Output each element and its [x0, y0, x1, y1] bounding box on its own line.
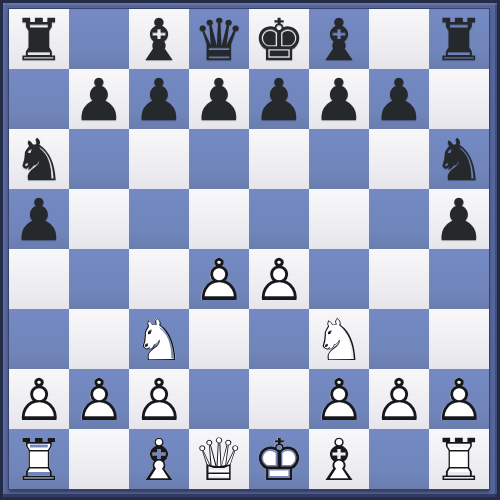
square-a8[interactable]: ♜ — [9, 9, 69, 69]
piece-black-rook[interactable]: ♜ — [429, 9, 489, 69]
square-d1[interactable]: ♛♕ — [189, 429, 249, 489]
square-c6[interactable] — [129, 129, 189, 189]
piece-glyph-fill: ♝ — [129, 9, 189, 69]
piece-glyph-fill: ♟ — [129, 69, 189, 129]
piece-white-pawn[interactable]: ♟♙ — [129, 369, 189, 429]
square-a1[interactable]: ♜♖ — [9, 429, 69, 489]
square-g3[interactable] — [369, 309, 429, 369]
piece-glyph-outline: ♙ — [309, 369, 369, 429]
square-c2[interactable]: ♟♙ — [129, 369, 189, 429]
piece-white-pawn[interactable]: ♟♙ — [309, 369, 369, 429]
square-b5[interactable] — [69, 189, 129, 249]
piece-glyph-outline: ♙ — [429, 369, 489, 429]
piece-white-bishop[interactable]: ♝♗ — [129, 429, 189, 489]
square-c4[interactable] — [129, 249, 189, 309]
piece-black-knight[interactable]: ♞ — [9, 129, 69, 189]
square-e3[interactable] — [249, 309, 309, 369]
square-e4[interactable]: ♟♙ — [249, 249, 309, 309]
piece-black-pawn[interactable]: ♟ — [429, 189, 489, 249]
square-g5[interactable] — [369, 189, 429, 249]
square-b4[interactable] — [69, 249, 129, 309]
piece-white-rook[interactable]: ♜♖ — [9, 429, 69, 489]
piece-glyph-fill: ♟ — [9, 189, 69, 249]
square-a6[interactable]: ♞ — [9, 129, 69, 189]
square-a7[interactable] — [9, 69, 69, 129]
square-d3[interactable] — [189, 309, 249, 369]
piece-glyph-fill: ♝ — [309, 9, 369, 69]
square-g8[interactable] — [369, 9, 429, 69]
square-e8[interactable]: ♚ — [249, 9, 309, 69]
square-h8[interactable]: ♜ — [429, 9, 489, 69]
square-d8[interactable]: ♛ — [189, 9, 249, 69]
square-f7[interactable]: ♟ — [309, 69, 369, 129]
square-g1[interactable] — [369, 429, 429, 489]
piece-glyph-outline: ♕ — [189, 429, 249, 489]
piece-glyph-outline: ♙ — [249, 249, 309, 309]
piece-black-pawn[interactable]: ♟ — [369, 69, 429, 129]
square-d2[interactable] — [189, 369, 249, 429]
square-a2[interactable]: ♟♙ — [9, 369, 69, 429]
piece-glyph-outline: ♘ — [309, 309, 369, 369]
piece-black-pawn[interactable]: ♟ — [309, 69, 369, 129]
piece-glyph-outline: ♗ — [309, 429, 369, 489]
piece-white-knight[interactable]: ♞♘ — [309, 309, 369, 369]
piece-white-bishop[interactable]: ♝♗ — [309, 429, 369, 489]
piece-glyph-fill: ♟ — [369, 69, 429, 129]
piece-glyph-fill: ♟ — [69, 69, 129, 129]
square-b8[interactable] — [69, 9, 129, 69]
piece-glyph-outline: ♙ — [369, 369, 429, 429]
square-g2[interactable]: ♟♙ — [369, 369, 429, 429]
square-b7[interactable]: ♟ — [69, 69, 129, 129]
piece-white-pawn[interactable]: ♟♙ — [429, 369, 489, 429]
square-f8[interactable]: ♝ — [309, 9, 369, 69]
square-d6[interactable] — [189, 129, 249, 189]
square-b3[interactable] — [69, 309, 129, 369]
square-b6[interactable] — [69, 129, 129, 189]
square-g7[interactable]: ♟ — [369, 69, 429, 129]
piece-white-queen[interactable]: ♛♕ — [189, 429, 249, 489]
square-b2[interactable]: ♟♙ — [69, 369, 129, 429]
piece-black-bishop[interactable]: ♝ — [129, 9, 189, 69]
piece-black-queen[interactable]: ♛ — [189, 9, 249, 69]
piece-glyph-outline: ♙ — [189, 249, 249, 309]
square-c5[interactable] — [129, 189, 189, 249]
piece-glyph-outline: ♖ — [9, 429, 69, 489]
square-h7[interactable] — [429, 69, 489, 129]
piece-black-pawn[interactable]: ♟ — [9, 189, 69, 249]
square-e1[interactable]: ♚♔ — [249, 429, 309, 489]
square-c8[interactable]: ♝ — [129, 9, 189, 69]
piece-glyph-fill: ♜ — [429, 9, 489, 69]
square-f4[interactable] — [309, 249, 369, 309]
square-d4[interactable]: ♟♙ — [189, 249, 249, 309]
piece-white-king[interactable]: ♚♔ — [249, 429, 309, 489]
square-c3[interactable]: ♞♘ — [129, 309, 189, 369]
piece-white-pawn[interactable]: ♟♙ — [69, 369, 129, 429]
piece-glyph-outline: ♔ — [249, 429, 309, 489]
piece-black-pawn[interactable]: ♟ — [249, 69, 309, 129]
piece-glyph-outline: ♙ — [129, 369, 189, 429]
square-e2[interactable] — [249, 369, 309, 429]
square-a4[interactable] — [9, 249, 69, 309]
square-g4[interactable] — [369, 249, 429, 309]
square-a3[interactable] — [9, 309, 69, 369]
square-f1[interactable]: ♝♗ — [309, 429, 369, 489]
square-g6[interactable] — [369, 129, 429, 189]
square-f5[interactable] — [309, 189, 369, 249]
piece-black-pawn[interactable]: ♟ — [129, 69, 189, 129]
piece-black-pawn[interactable]: ♟ — [69, 69, 129, 129]
piece-white-knight[interactable]: ♞♘ — [129, 309, 189, 369]
piece-glyph-fill: ♟ — [249, 69, 309, 129]
square-c1[interactable]: ♝♗ — [129, 429, 189, 489]
square-d5[interactable] — [189, 189, 249, 249]
square-h5[interactable]: ♟ — [429, 189, 489, 249]
piece-black-bishop[interactable]: ♝ — [309, 9, 369, 69]
square-h4[interactable] — [429, 249, 489, 309]
piece-white-pawn[interactable]: ♟♙ — [9, 369, 69, 429]
piece-white-pawn[interactable]: ♟♙ — [369, 369, 429, 429]
piece-glyph-fill: ♟ — [189, 69, 249, 129]
piece-glyph-outline: ♙ — [9, 369, 69, 429]
square-b1[interactable] — [69, 429, 129, 489]
piece-glyph-fill: ♟ — [429, 189, 489, 249]
square-c7[interactable]: ♟ — [129, 69, 189, 129]
piece-black-knight[interactable]: ♞ — [429, 129, 489, 189]
square-h3[interactable] — [429, 309, 489, 369]
piece-glyph-fill: ♜ — [9, 9, 69, 69]
piece-glyph-fill: ♚ — [249, 9, 309, 69]
piece-glyph-outline: ♖ — [429, 429, 489, 489]
piece-glyph-outline: ♗ — [129, 429, 189, 489]
square-a5[interactable]: ♟ — [9, 189, 69, 249]
piece-black-pawn[interactable]: ♟ — [189, 69, 249, 129]
piece-white-rook[interactable]: ♜♖ — [429, 429, 489, 489]
piece-glyph-outline: ♙ — [69, 369, 129, 429]
square-e7[interactable]: ♟ — [249, 69, 309, 129]
square-d7[interactable]: ♟ — [189, 69, 249, 129]
piece-black-rook[interactable]: ♜ — [9, 9, 69, 69]
piece-glyph-fill: ♞ — [429, 129, 489, 189]
square-f6[interactable] — [309, 129, 369, 189]
square-h2[interactable]: ♟♙ — [429, 369, 489, 429]
square-e5[interactable] — [249, 189, 309, 249]
chess-board: ♜♝♛♚♝♜♟♟♟♟♟♟♞♞♟♟♟♙♟♙♞♘♞♘♟♙♟♙♟♙♟♙♟♙♟♙♜♖♝♗… — [9, 9, 489, 489]
square-f2[interactable]: ♟♙ — [309, 369, 369, 429]
board-frame: ♜♝♛♚♝♜♟♟♟♟♟♟♞♞♟♟♟♙♟♙♞♘♞♘♟♙♟♙♟♙♟♙♟♙♟♙♜♖♝♗… — [0, 0, 500, 500]
square-h6[interactable]: ♞ — [429, 129, 489, 189]
square-e6[interactable] — [249, 129, 309, 189]
piece-glyph-outline: ♘ — [129, 309, 189, 369]
piece-white-pawn[interactable]: ♟♙ — [249, 249, 309, 309]
piece-glyph-fill: ♛ — [189, 9, 249, 69]
piece-glyph-fill: ♟ — [309, 69, 369, 129]
square-f3[interactable]: ♞♘ — [309, 309, 369, 369]
piece-white-pawn[interactable]: ♟♙ — [189, 249, 249, 309]
square-h1[interactable]: ♜♖ — [429, 429, 489, 489]
piece-glyph-fill: ♞ — [9, 129, 69, 189]
piece-black-king[interactable]: ♚ — [249, 9, 309, 69]
